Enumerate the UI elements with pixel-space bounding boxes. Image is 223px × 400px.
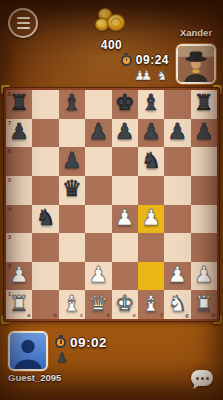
square-g6[interactable] xyxy=(164,147,190,176)
opponent-captured-pieces: ♟♟♞ xyxy=(134,69,168,82)
square-h8[interactable]: ♜ xyxy=(191,90,217,119)
square-a8[interactable]: 8♜ xyxy=(6,90,32,119)
rank-label: 5 xyxy=(8,177,11,183)
player-avatar[interactable] xyxy=(8,331,48,371)
black-rook: ♜ xyxy=(9,92,29,114)
square-f3[interactable] xyxy=(138,233,164,262)
square-g5[interactable] xyxy=(164,176,190,205)
square-e1[interactable]: e♚ xyxy=(112,290,138,319)
square-g2[interactable]: ♟ xyxy=(164,262,190,291)
captured-white-knight-icon: ♞ xyxy=(156,69,168,82)
square-b6[interactable] xyxy=(32,147,58,176)
square-h1[interactable]: h♜ xyxy=(191,290,217,319)
white-queen: ♛ xyxy=(88,293,108,315)
square-e3[interactable] xyxy=(112,233,138,262)
opponent-avatar-image xyxy=(178,46,214,82)
black-pawn: ♟ xyxy=(62,150,82,172)
black-rook: ♜ xyxy=(194,92,214,114)
black-pawn: ♟ xyxy=(194,121,214,143)
square-h6[interactable] xyxy=(191,147,217,176)
square-d6[interactable] xyxy=(85,147,111,176)
white-rook: ♜ xyxy=(9,293,29,315)
square-g4[interactable] xyxy=(164,205,190,234)
rank-label: 4 xyxy=(8,206,11,212)
square-g1[interactable]: g♞ xyxy=(164,290,190,319)
square-c7[interactable] xyxy=(59,119,85,148)
opponent-name: Xander xyxy=(176,27,216,38)
square-d1[interactable]: d♛ xyxy=(85,290,111,319)
square-f4[interactable]: ♟ xyxy=(138,205,164,234)
gold-coins-icon xyxy=(95,7,129,37)
square-d4[interactable] xyxy=(85,205,111,234)
white-pawn: ♟ xyxy=(88,264,108,286)
square-e5[interactable] xyxy=(112,176,138,205)
chat-button[interactable] xyxy=(186,363,218,393)
white-pawn: ♟ xyxy=(9,264,29,286)
square-f8[interactable]: ♝ xyxy=(138,90,164,119)
captured-black-pawn-icon: ♟ xyxy=(56,351,68,364)
rank-label: 6 xyxy=(8,148,11,154)
square-d2[interactable]: ♟ xyxy=(85,262,111,291)
square-g3[interactable] xyxy=(164,233,190,262)
square-h5[interactable] xyxy=(191,176,217,205)
player-name: Guest_2095 xyxy=(8,372,61,383)
black-knight: ♞ xyxy=(36,207,56,229)
square-c8[interactable]: ♝ xyxy=(59,90,85,119)
square-c4[interactable] xyxy=(59,205,85,234)
square-g7[interactable]: ♟ xyxy=(164,119,190,148)
player-clock-time: 09:02 xyxy=(70,335,107,350)
square-h7[interactable]: ♟ xyxy=(191,119,217,148)
square-d3[interactable] xyxy=(85,233,111,262)
white-knight: ♞ xyxy=(168,293,188,315)
square-f5[interactable] xyxy=(138,176,164,205)
board-frame: 8♜♝♚♝♜7♟♟♟♟♟♟6♟♞5♛4♞♟♟32♟♟♟♟1a♜bc♝d♛e♚f♝… xyxy=(4,88,219,321)
black-bishop: ♝ xyxy=(141,92,161,114)
white-king: ♚ xyxy=(115,293,135,315)
captured-white-pawn-icon: ♟ xyxy=(141,69,153,82)
square-b7[interactable] xyxy=(32,119,58,148)
white-pawn: ♟ xyxy=(194,264,214,286)
square-h4[interactable] xyxy=(191,205,217,234)
square-h3[interactable] xyxy=(191,233,217,262)
square-b3[interactable] xyxy=(32,233,58,262)
black-pawn: ♟ xyxy=(115,121,135,143)
black-queen: ♛ xyxy=(62,178,82,200)
square-d7[interactable]: ♟ xyxy=(85,119,111,148)
black-knight: ♞ xyxy=(141,150,161,172)
square-e8[interactable]: ♚ xyxy=(112,90,138,119)
white-bishop: ♝ xyxy=(141,293,161,315)
square-b5[interactable] xyxy=(32,176,58,205)
square-a3[interactable]: 3 xyxy=(6,233,32,262)
square-c1[interactable]: c♝ xyxy=(59,290,85,319)
square-b8[interactable] xyxy=(32,90,58,119)
white-pawn: ♟ xyxy=(168,264,188,286)
file-label: b xyxy=(53,312,56,318)
chess-board: 8♜♝♚♝♜7♟♟♟♟♟♟6♟♞5♛4♞♟♟32♟♟♟♟1a♜bc♝d♛e♚f♝… xyxy=(6,90,217,319)
opponent-clock-time: 09:24 xyxy=(136,53,169,67)
square-g8[interactable] xyxy=(164,90,190,119)
coins-amount: 400 xyxy=(101,38,123,52)
square-d5[interactable] xyxy=(85,176,111,205)
square-a7[interactable]: 7♟ xyxy=(6,119,32,148)
square-d8[interactable] xyxy=(85,90,111,119)
square-a4[interactable]: 4 xyxy=(6,205,32,234)
timer-icon xyxy=(121,55,132,66)
player-clock: 09:02 xyxy=(55,335,107,350)
square-f2[interactable] xyxy=(138,262,164,291)
chat-bubble-icon xyxy=(191,370,213,386)
white-pawn: ♟ xyxy=(141,207,161,229)
black-bishop: ♝ xyxy=(62,92,82,114)
square-h2[interactable]: ♟ xyxy=(191,262,217,291)
square-b4[interactable]: ♞ xyxy=(32,205,58,234)
black-king: ♚ xyxy=(115,92,135,114)
black-pawn: ♟ xyxy=(9,121,29,143)
opponent-avatar[interactable] xyxy=(176,44,216,84)
square-c3[interactable] xyxy=(59,233,85,262)
square-a5[interactable]: 5 xyxy=(6,176,32,205)
opponent-clock: 09:24 xyxy=(121,53,169,67)
square-b2[interactable] xyxy=(32,262,58,291)
square-b1[interactable]: b xyxy=(32,290,58,319)
square-f6[interactable]: ♞ xyxy=(138,147,164,176)
square-a6[interactable]: 6 xyxy=(6,147,32,176)
white-bishop: ♝ xyxy=(62,293,82,315)
square-c2[interactable] xyxy=(59,262,85,291)
chess-app-screen: 400 Xander 09:24 ♟♟♞ 8♜♝♚♝♜7♟♟♟♟♟♟6♟♞5♛4… xyxy=(0,0,223,400)
square-e7[interactable]: ♟ xyxy=(112,119,138,148)
player-captured-pieces: ♟ xyxy=(56,351,68,364)
white-pawn: ♟ xyxy=(115,207,135,229)
square-f7[interactable]: ♟ xyxy=(138,119,164,148)
black-pawn: ♟ xyxy=(141,121,161,143)
square-a1[interactable]: 1a♜ xyxy=(6,290,32,319)
square-c5[interactable]: ♛ xyxy=(59,176,85,205)
black-pawn: ♟ xyxy=(168,121,188,143)
square-f1[interactable]: f♝ xyxy=(138,290,164,319)
player-avatar-image xyxy=(10,333,46,369)
square-a2[interactable]: 2♟ xyxy=(6,262,32,291)
black-pawn: ♟ xyxy=(88,121,108,143)
square-e6[interactable] xyxy=(112,147,138,176)
square-e2[interactable] xyxy=(112,262,138,291)
timer-icon xyxy=(55,337,66,348)
square-c6[interactable]: ♟ xyxy=(59,147,85,176)
white-rook: ♜ xyxy=(194,293,214,315)
square-e4[interactable]: ♟ xyxy=(112,205,138,234)
rank-label: 3 xyxy=(8,234,11,240)
